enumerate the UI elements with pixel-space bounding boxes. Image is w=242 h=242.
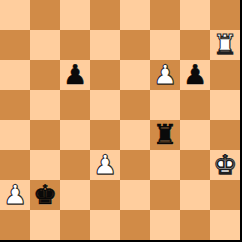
square-g8[interactable] — [180, 0, 210, 30]
square-d4[interactable] — [90, 120, 120, 150]
white-pawn-a2[interactable]: ♟ — [3, 181, 27, 208]
square-c3[interactable] — [60, 150, 90, 180]
square-c7[interactable] — [60, 30, 90, 60]
black-pawn-g6[interactable]: ♟ — [183, 61, 207, 88]
square-a4[interactable] — [0, 120, 30, 150]
square-g5[interactable] — [180, 90, 210, 120]
square-h5[interactable] — [210, 90, 240, 120]
square-f4[interactable]: ♜ — [150, 120, 180, 150]
square-b3[interactable] — [30, 150, 60, 180]
square-g6[interactable]: ♟ — [180, 60, 210, 90]
square-c5[interactable] — [60, 90, 90, 120]
square-e7[interactable] — [120, 30, 150, 60]
square-c1[interactable] — [60, 210, 90, 240]
square-d3[interactable]: ♟ — [90, 150, 120, 180]
square-g4[interactable] — [180, 120, 210, 150]
chess-board: ♜♟♟♟♜♟♚♟♚ — [0, 0, 240, 240]
square-b5[interactable] — [30, 90, 60, 120]
square-a6[interactable] — [0, 60, 30, 90]
square-h6[interactable] — [210, 60, 240, 90]
white-pawn-d3[interactable]: ♟ — [93, 151, 117, 178]
square-e6[interactable] — [120, 60, 150, 90]
white-rook-h7[interactable]: ♜ — [213, 31, 237, 58]
square-f3[interactable] — [150, 150, 180, 180]
square-d5[interactable] — [90, 90, 120, 120]
square-d1[interactable] — [90, 210, 120, 240]
square-g7[interactable] — [180, 30, 210, 60]
square-b8[interactable] — [30, 0, 60, 30]
square-h4[interactable] — [210, 120, 240, 150]
square-h8[interactable] — [210, 0, 240, 30]
square-a1[interactable] — [0, 210, 30, 240]
white-pawn-f6[interactable]: ♟ — [153, 61, 177, 88]
square-e1[interactable] — [120, 210, 150, 240]
square-b7[interactable] — [30, 30, 60, 60]
square-e3[interactable] — [120, 150, 150, 180]
square-f6[interactable]: ♟ — [150, 60, 180, 90]
square-e5[interactable] — [120, 90, 150, 120]
square-f1[interactable] — [150, 210, 180, 240]
white-king-h3[interactable]: ♚ — [213, 151, 237, 178]
square-g2[interactable] — [180, 180, 210, 210]
black-king-b2[interactable]: ♚ — [33, 181, 57, 208]
square-c4[interactable] — [60, 120, 90, 150]
square-g3[interactable] — [180, 150, 210, 180]
square-c8[interactable] — [60, 0, 90, 30]
square-c6[interactable]: ♟ — [60, 60, 90, 90]
square-d6[interactable] — [90, 60, 120, 90]
square-b4[interactable] — [30, 120, 60, 150]
square-h2[interactable] — [210, 180, 240, 210]
square-e4[interactable] — [120, 120, 150, 150]
square-h7[interactable]: ♜ — [210, 30, 240, 60]
square-f5[interactable] — [150, 90, 180, 120]
black-pawn-c6[interactable]: ♟ — [63, 61, 87, 88]
square-f8[interactable] — [150, 0, 180, 30]
square-a2[interactable]: ♟ — [0, 180, 30, 210]
black-rook-f4[interactable]: ♜ — [153, 121, 177, 148]
square-h1[interactable] — [210, 210, 240, 240]
square-e2[interactable] — [120, 180, 150, 210]
square-a3[interactable] — [0, 150, 30, 180]
square-a7[interactable] — [0, 30, 30, 60]
square-d8[interactable] — [90, 0, 120, 30]
square-d2[interactable] — [90, 180, 120, 210]
square-d7[interactable] — [90, 30, 120, 60]
square-g1[interactable] — [180, 210, 210, 240]
square-b2[interactable]: ♚ — [30, 180, 60, 210]
square-a5[interactable] — [0, 90, 30, 120]
chess-board-frame: ♜♟♟♟♜♟♚♟♚ — [0, 0, 242, 242]
square-b6[interactable] — [30, 60, 60, 90]
square-f7[interactable] — [150, 30, 180, 60]
square-b1[interactable] — [30, 210, 60, 240]
square-c2[interactable] — [60, 180, 90, 210]
square-f2[interactable] — [150, 180, 180, 210]
square-a8[interactable] — [0, 0, 30, 30]
square-e8[interactable] — [120, 0, 150, 30]
square-h3[interactable]: ♚ — [210, 150, 240, 180]
